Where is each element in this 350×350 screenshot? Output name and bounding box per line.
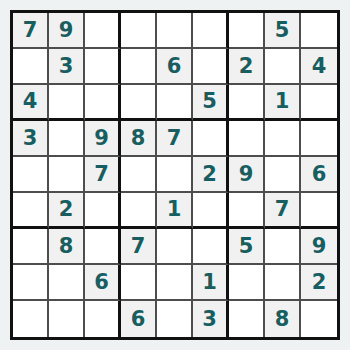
cell-r4c6[interactable]	[193, 121, 229, 157]
cell-r5c8[interactable]	[265, 157, 301, 193]
cell-r5c3: 7	[85, 157, 121, 193]
cell-r3c2[interactable]	[49, 85, 85, 121]
cell-r6c9[interactable]	[301, 193, 337, 229]
cell-r1c6[interactable]	[193, 13, 229, 49]
cell-r7c9: 9	[301, 229, 337, 265]
cell-r4c4: 8	[121, 121, 157, 157]
cell-r7c6[interactable]	[193, 229, 229, 265]
cell-r5c5[interactable]	[157, 157, 193, 193]
cell-r1c3[interactable]	[85, 13, 121, 49]
cell-r9c2[interactable]	[49, 301, 85, 337]
cell-r2c1[interactable]	[13, 49, 49, 85]
cell-r1c8: 5	[265, 13, 301, 49]
cell-r8c3: 6	[85, 265, 121, 301]
cell-r9c9[interactable]	[301, 301, 337, 337]
cell-r7c2: 8	[49, 229, 85, 265]
cell-r2c3[interactable]	[85, 49, 121, 85]
cell-r2c8[interactable]	[265, 49, 301, 85]
cell-r9c7[interactable]	[229, 301, 265, 337]
cell-r4c3: 9	[85, 121, 121, 157]
cell-r8c4[interactable]	[121, 265, 157, 301]
cell-r1c9[interactable]	[301, 13, 337, 49]
cell-r8c9: 2	[301, 265, 337, 301]
cell-r2c2: 3	[49, 49, 85, 85]
cell-r7c3[interactable]	[85, 229, 121, 265]
cell-r4c2[interactable]	[49, 121, 85, 157]
cell-r3c6: 5	[193, 85, 229, 121]
cell-r7c8[interactable]	[265, 229, 301, 265]
cell-r7c7: 5	[229, 229, 265, 265]
cell-r7c4: 7	[121, 229, 157, 265]
cell-r3c3[interactable]	[85, 85, 121, 121]
cell-r4c9[interactable]	[301, 121, 337, 157]
cell-r3c1: 4	[13, 85, 49, 121]
cell-r8c2[interactable]	[49, 265, 85, 301]
cell-r1c1: 7	[13, 13, 49, 49]
cell-r6c3[interactable]	[85, 193, 121, 229]
cell-r8c5[interactable]	[157, 265, 193, 301]
cell-r5c9: 6	[301, 157, 337, 193]
cell-r4c7[interactable]	[229, 121, 265, 157]
cell-r3c5[interactable]	[157, 85, 193, 121]
cell-r4c1: 3	[13, 121, 49, 157]
cell-r7c5[interactable]	[157, 229, 193, 265]
cell-r9c6: 3	[193, 301, 229, 337]
cell-r6c2: 2	[49, 193, 85, 229]
cell-r9c5[interactable]	[157, 301, 193, 337]
cell-r8c7[interactable]	[229, 265, 265, 301]
cell-r6c7[interactable]	[229, 193, 265, 229]
cell-r8c1[interactable]	[13, 265, 49, 301]
cell-r5c7: 9	[229, 157, 265, 193]
cell-r2c5: 6	[157, 49, 193, 85]
cell-r6c1[interactable]	[13, 193, 49, 229]
cell-r8c6: 1	[193, 265, 229, 301]
cell-r2c7: 2	[229, 49, 265, 85]
cell-r4c8[interactable]	[265, 121, 301, 157]
cell-r6c6[interactable]	[193, 193, 229, 229]
cell-r9c4: 6	[121, 301, 157, 337]
cell-r5c6: 2	[193, 157, 229, 193]
cell-r2c6[interactable]	[193, 49, 229, 85]
cell-r1c7[interactable]	[229, 13, 265, 49]
cell-r6c4[interactable]	[121, 193, 157, 229]
cell-r9c1[interactable]	[13, 301, 49, 337]
cell-r1c4[interactable]	[121, 13, 157, 49]
cell-r1c5[interactable]	[157, 13, 193, 49]
cell-r5c4[interactable]	[121, 157, 157, 193]
cell-r6c8: 7	[265, 193, 301, 229]
cell-r7c1[interactable]	[13, 229, 49, 265]
cell-r9c3[interactable]	[85, 301, 121, 337]
cell-r9c8: 8	[265, 301, 301, 337]
cell-r5c2[interactable]	[49, 157, 85, 193]
cell-r6c5: 1	[157, 193, 193, 229]
cell-r5c1[interactable]	[13, 157, 49, 193]
cell-r4c5: 7	[157, 121, 193, 157]
cell-r3c8: 1	[265, 85, 301, 121]
sudoku-board: 7953624451398772962178759612638	[10, 10, 340, 340]
cell-r3c9[interactable]	[301, 85, 337, 121]
cell-r2c9: 4	[301, 49, 337, 85]
cell-r2c4[interactable]	[121, 49, 157, 85]
cell-r1c2: 9	[49, 13, 85, 49]
cell-r3c4[interactable]	[121, 85, 157, 121]
cell-r8c8[interactable]	[265, 265, 301, 301]
cell-r3c7[interactable]	[229, 85, 265, 121]
